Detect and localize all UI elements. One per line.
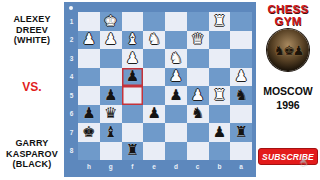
square-c6[interactable]: ♞ — [187, 105, 209, 124]
file-label-e: e — [143, 160, 165, 173]
square-d5[interactable]: ♟ — [165, 86, 187, 105]
piece-wP-d4: ♟ — [169, 69, 182, 84]
chess-pieces-icon: ♞♚♟ — [274, 43, 303, 58]
event-info: MOSCOW 1996 — [256, 85, 320, 112]
right-panel: CHESS GYM ♞♚♟ MOSCOW 1996 SUBSCRIBE ☝ — [256, 0, 320, 180]
piece-wP-h2: ♟ — [82, 32, 95, 47]
square-h6[interactable]: ♟ — [78, 105, 100, 124]
square-a8[interactable] — [230, 142, 252, 161]
piece-wP-g2: ♟ — [104, 32, 117, 47]
piece-wR-b1: ♜ — [213, 13, 226, 28]
square-f1[interactable] — [122, 12, 144, 31]
square-h1[interactable] — [78, 12, 100, 31]
square-f6[interactable] — [122, 105, 144, 124]
square-a4[interactable]: ♟ — [230, 68, 252, 87]
square-h7[interactable]: ♚ — [78, 123, 100, 142]
square-d7[interactable] — [165, 123, 187, 142]
white-player-line1: ALEXEY — [0, 14, 64, 25]
piece-bN-a5: ♞ — [234, 87, 247, 102]
piece-wB-f2: ♝ — [126, 32, 139, 47]
square-d8[interactable] — [165, 142, 187, 161]
square-b8[interactable] — [209, 142, 231, 161]
rank-label-8: 8 — [66, 142, 77, 161]
move-indicator-dot — [69, 6, 73, 10]
square-b4[interactable] — [209, 68, 231, 87]
left-panel: ALEXEY DREEV (WHITE) VS. GARRY KASPAROV … — [0, 0, 64, 180]
square-a1[interactable] — [230, 12, 252, 31]
square-d3[interactable]: ♞ — [165, 49, 187, 68]
square-g1[interactable]: ♚ — [100, 12, 122, 31]
file-label-b: b — [209, 160, 231, 173]
piece-wN-e2: ♞ — [147, 32, 160, 47]
white-player-name: ALEXEY DREEV (WHITE) — [0, 14, 64, 46]
rank-label-5: 5 — [66, 86, 77, 105]
square-d2[interactable] — [165, 31, 187, 50]
square-e2[interactable]: ♞ — [143, 31, 165, 50]
square-d6[interactable] — [165, 105, 187, 124]
piece-bQ-g6: ♛ — [104, 106, 117, 121]
white-player-line3: (WHITE) — [0, 35, 64, 46]
square-g2[interactable]: ♟ — [100, 31, 122, 50]
rank-label-7: 7 — [66, 123, 77, 142]
brand-line2: GYM — [256, 15, 320, 27]
white-player-line2: DREEV — [0, 25, 64, 36]
file-label-c: c — [187, 160, 209, 173]
square-b6[interactable] — [209, 105, 231, 124]
square-f5[interactable] — [122, 86, 144, 105]
file-label-f: f — [122, 160, 144, 173]
file-label-g: g — [100, 160, 122, 173]
channel-brand: CHESS GYM — [256, 3, 320, 27]
piece-bP-d5: ♟ — [169, 87, 182, 102]
square-c1[interactable] — [187, 12, 209, 31]
brand-line1: CHESS — [256, 3, 320, 15]
piece-wK-g1: ♚ — [104, 13, 117, 28]
piece-bP-h6: ♟ — [82, 106, 95, 121]
black-player-name: GARRY KASPAROV (BLACK) — [0, 138, 64, 170]
square-g6[interactable]: ♛ — [100, 105, 122, 124]
square-g3[interactable] — [100, 49, 122, 68]
square-c2[interactable]: ♛ — [187, 31, 209, 50]
piece-bB-g7: ♝ — [104, 124, 117, 139]
chess-board: 12345678 ♚♜♟♟♝♞♛♟♞♟♟♟♟♟♟♜♞♟♛♟♞♚♝♟♜♜ hgfe… — [64, 2, 256, 177]
rank-label-2: 2 — [66, 31, 77, 50]
piece-wP-a4: ♟ — [234, 69, 247, 84]
piece-wP-f3: ♟ — [126, 50, 139, 65]
square-b5[interactable]: ♜ — [209, 86, 231, 105]
event-city: MOSCOW — [256, 85, 320, 99]
file-labels: hgfedcba — [78, 160, 252, 173]
board-squares: ♚♜♟♟♝♞♛♟♞♟♟♟♟♟♟♜♞♟♛♟♞♚♝♟♜♜ — [78, 12, 252, 160]
square-h2[interactable]: ♟ — [78, 31, 100, 50]
rank-label-4: 4 — [66, 68, 77, 87]
square-a3[interactable] — [230, 49, 252, 68]
square-f3[interactable]: ♟ — [122, 49, 144, 68]
piece-wP-c5: ♟ — [191, 87, 204, 102]
rank-labels: 12345678 — [66, 12, 77, 160]
piece-wN-d3: ♞ — [169, 50, 182, 65]
square-c7[interactable] — [187, 123, 209, 142]
file-label-d: d — [165, 160, 187, 173]
square-e8[interactable] — [143, 142, 165, 161]
piece-bP-e6: ♟ — [147, 106, 160, 121]
rank-label-1: 1 — [66, 12, 77, 31]
square-d4[interactable]: ♟ — [165, 68, 187, 87]
piece-wQ-c2: ♛ — [191, 32, 204, 47]
square-g7[interactable]: ♝ — [100, 123, 122, 142]
square-e3[interactable] — [143, 49, 165, 68]
square-f8[interactable]: ♜ — [122, 142, 144, 161]
piece-bR-f8: ♜ — [126, 143, 139, 158]
square-g8[interactable] — [100, 142, 122, 161]
square-a5[interactable]: ♞ — [230, 86, 252, 105]
square-h8[interactable] — [78, 142, 100, 161]
square-h4[interactable] — [78, 68, 100, 87]
square-c4[interactable] — [187, 68, 209, 87]
piece-bR-a7: ♜ — [234, 124, 247, 139]
thumbnail-canvas: ALEXEY DREEV (WHITE) VS. GARRY KASPAROV … — [0, 0, 320, 180]
square-b3[interactable] — [209, 49, 231, 68]
square-f2[interactable]: ♝ — [122, 31, 144, 50]
channel-logo: ♞♚♟ — [267, 29, 309, 71]
piece-bK-h7: ♚ — [82, 124, 95, 139]
piece-bN-c6: ♞ — [191, 106, 204, 121]
subscribe-button[interactable]: SUBSCRIBE — [258, 148, 318, 165]
square-b7[interactable]: ♟ — [209, 123, 231, 142]
square-e4[interactable] — [143, 68, 165, 87]
vs-label: VS. — [0, 80, 64, 94]
square-c3[interactable] — [187, 49, 209, 68]
piece-wR-b5: ♜ — [213, 87, 226, 102]
square-a6[interactable] — [230, 105, 252, 124]
square-e5[interactable] — [143, 86, 165, 105]
square-c5[interactable]: ♟ — [187, 86, 209, 105]
file-label-h: h — [78, 160, 100, 173]
piece-bP-f4: ♟ — [126, 69, 139, 84]
square-d1[interactable] — [165, 12, 187, 31]
square-f7[interactable] — [122, 123, 144, 142]
square-h3[interactable] — [78, 49, 100, 68]
square-h5[interactable] — [78, 86, 100, 105]
square-b2[interactable] — [209, 31, 231, 50]
square-a2[interactable] — [230, 31, 252, 50]
square-f4[interactable]: ♟ — [122, 68, 144, 87]
rank-label-6: 6 — [66, 105, 77, 124]
piece-bP-g5: ♟ — [104, 87, 117, 102]
event-year: 1996 — [256, 99, 320, 113]
black-player-line3: (BLACK) — [0, 159, 64, 170]
piece-bP-b7: ♟ — [213, 124, 226, 139]
square-g4[interactable] — [100, 68, 122, 87]
rank-label-3: 3 — [66, 49, 77, 68]
square-b1[interactable]: ♜ — [209, 12, 231, 31]
file-label-a: a — [230, 160, 252, 173]
square-e7[interactable] — [143, 123, 165, 142]
black-player-line2: KASPAROV — [0, 149, 64, 160]
square-c8[interactable] — [187, 142, 209, 161]
square-e1[interactable] — [143, 12, 165, 31]
black-player-line1: GARRY — [0, 138, 64, 149]
square-e6[interactable]: ♟ — [143, 105, 165, 124]
square-a7[interactable]: ♜ — [230, 123, 252, 142]
square-g5[interactable]: ♟ — [100, 86, 122, 105]
